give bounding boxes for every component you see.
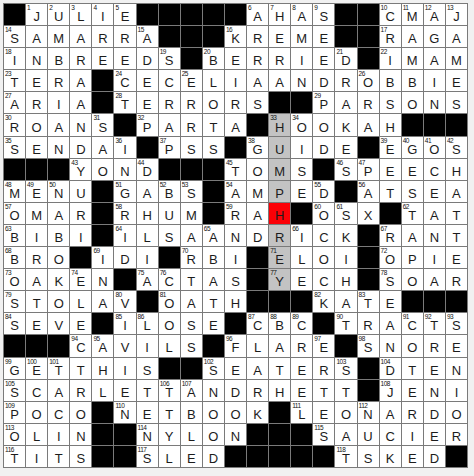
- cell-r16c19[interactable]: E: [424, 358, 445, 379]
- cell-r1c14[interactable]: E: [313, 26, 334, 47]
- cell-r3c14[interactable]: D: [313, 70, 334, 91]
- cell-r13c14[interactable]: 82K: [313, 291, 334, 312]
- cell-r3c2[interactable]: R: [48, 70, 69, 91]
- cell-r3c12[interactable]: A: [269, 70, 290, 91]
- cell-r11c10[interactable]: I: [225, 247, 246, 268]
- cell-r20c7[interactable]: L: [159, 446, 180, 467]
- cell-r12c4[interactable]: N: [92, 269, 113, 290]
- cell-r14c2[interactable]: V: [48, 313, 69, 334]
- cell-r5c2[interactable]: A: [48, 114, 69, 135]
- cell-r17c4[interactable]: L: [92, 380, 113, 401]
- cell-r6c9[interactable]: S: [203, 137, 224, 158]
- cell-r17c8[interactable]: 107A: [181, 380, 202, 401]
- cell-r11c20[interactable]: E: [446, 247, 467, 268]
- cell-r12c14[interactable]: C: [313, 269, 334, 290]
- cell-r12c18[interactable]: O: [402, 269, 423, 290]
- cell-r14c19[interactable]: 92T: [424, 313, 445, 334]
- cell-r20c18[interactable]: E: [402, 446, 423, 467]
- cell-r19c7[interactable]: Y: [159, 424, 180, 445]
- cell-r6c19[interactable]: 41O: [424, 137, 445, 158]
- cell-r2c11[interactable]: R: [247, 48, 268, 69]
- cell-r0c5[interactable]: 5E: [114, 4, 135, 25]
- cell-r6c15[interactable]: E: [335, 137, 356, 158]
- cell-r1c11[interactable]: R: [247, 26, 268, 47]
- cell-r18c14[interactable]: E: [313, 402, 334, 423]
- cell-r12c13[interactable]: E: [291, 269, 312, 290]
- cell-r18c1[interactable]: O: [26, 402, 47, 423]
- cell-r6c7[interactable]: 37P: [159, 137, 180, 158]
- cell-r9c0[interactable]: 57O: [4, 203, 25, 224]
- cell-r4c19[interactable]: N: [424, 92, 445, 113]
- cell-r8c17[interactable]: T: [380, 181, 401, 202]
- cell-r20c15[interactable]: 118T: [335, 446, 356, 467]
- cell-r8c8[interactable]: 53S: [181, 181, 202, 202]
- cell-r15c4[interactable]: 95A: [92, 335, 113, 356]
- cell-r7c19[interactable]: C: [424, 159, 445, 180]
- cell-r17c6[interactable]: T: [137, 380, 158, 401]
- cell-r6c4[interactable]: A: [92, 137, 113, 158]
- cell-r16c17[interactable]: 104D: [380, 358, 401, 379]
- cell-r0c11[interactable]: 6A: [247, 4, 268, 25]
- cell-r3c9[interactable]: L: [203, 70, 224, 91]
- cell-r10c7[interactable]: S: [159, 225, 180, 246]
- cell-r14c12[interactable]: 88B: [269, 313, 290, 334]
- cell-r6c0[interactable]: 35S: [4, 137, 25, 158]
- cell-r10c18[interactable]: A: [402, 225, 423, 246]
- cell-r18c11[interactable]: K: [247, 402, 268, 423]
- cell-r4c2[interactable]: I: [48, 92, 69, 113]
- cell-r3c7[interactable]: C: [159, 70, 180, 91]
- cell-r15c14[interactable]: 97E: [313, 335, 334, 356]
- cell-r8c2[interactable]: 50N: [48, 181, 69, 202]
- cell-r1c5[interactable]: R: [114, 26, 135, 47]
- cell-r11c19[interactable]: I: [424, 247, 445, 268]
- cell-r16c6[interactable]: S: [137, 358, 158, 379]
- cell-r9c6[interactable]: H: [137, 203, 158, 224]
- cell-r8c1[interactable]: 49E: [26, 181, 47, 202]
- cell-r18c20[interactable]: O: [446, 402, 467, 423]
- cell-r1c17[interactable]: 17R: [380, 26, 401, 47]
- cell-r17c11[interactable]: R: [247, 380, 268, 401]
- cell-r3c3[interactable]: A: [70, 70, 91, 91]
- cell-r4c8[interactable]: R: [181, 92, 202, 113]
- cell-r14c3[interactable]: E: [70, 313, 91, 334]
- cell-r12c0[interactable]: 73O: [4, 269, 25, 290]
- cell-r9c18[interactable]: 62T: [402, 203, 423, 224]
- cell-r15c8[interactable]: S: [181, 335, 202, 356]
- cell-r18c10[interactable]: O: [225, 402, 246, 423]
- cell-r9c3[interactable]: R: [70, 203, 91, 224]
- cell-r17c14[interactable]: T: [313, 380, 334, 401]
- cell-r17c12[interactable]: H: [269, 380, 290, 401]
- cell-r0c18[interactable]: 11M: [402, 4, 423, 25]
- cell-r9c8[interactable]: M: [181, 203, 202, 224]
- cell-r9c11[interactable]: A: [247, 203, 268, 224]
- cell-r5c13[interactable]: 34O: [291, 114, 312, 135]
- cell-r4c15[interactable]: A: [335, 92, 356, 113]
- cell-r14c9[interactable]: E: [203, 313, 224, 334]
- cell-r8c20[interactable]: A: [446, 181, 467, 202]
- cell-r2c9[interactable]: 20B: [203, 48, 224, 69]
- cell-r4c11[interactable]: S: [247, 92, 268, 113]
- cell-r16c2[interactable]: 101T: [48, 358, 69, 379]
- cell-r11c0[interactable]: 68B: [4, 247, 25, 268]
- cell-r5c16[interactable]: A: [358, 114, 379, 135]
- cell-r17c9[interactable]: N: [203, 380, 224, 401]
- cell-r8c6[interactable]: A: [137, 181, 158, 202]
- cell-r12c12[interactable]: 77Y: [269, 269, 290, 290]
- cell-r3c15[interactable]: R: [335, 70, 356, 91]
- cell-r16c0[interactable]: 99G: [4, 358, 25, 379]
- cell-r18c17[interactable]: A: [380, 402, 401, 423]
- cell-r6c2[interactable]: N: [48, 137, 69, 158]
- cell-r13c16[interactable]: 83T: [358, 291, 379, 312]
- cell-r2c20[interactable]: M: [446, 48, 467, 69]
- cell-r3c17[interactable]: B: [380, 70, 401, 91]
- cell-r7c17[interactable]: E: [380, 159, 401, 180]
- cell-r11c17[interactable]: 72O: [380, 247, 401, 268]
- cell-r17c15[interactable]: T: [335, 380, 356, 401]
- cell-r3c11[interactable]: A: [247, 70, 268, 91]
- cell-r15c10[interactable]: 96F: [225, 335, 246, 356]
- cell-r1c18[interactable]: A: [402, 26, 423, 47]
- cell-r19c8[interactable]: L: [181, 424, 202, 445]
- cell-r0c20[interactable]: 13J: [446, 4, 467, 25]
- cell-r1c3[interactable]: A: [70, 26, 91, 47]
- cell-r12c8[interactable]: T: [181, 269, 202, 290]
- cell-r0c2[interactable]: 2U: [48, 4, 69, 25]
- cell-r8c0[interactable]: 48M: [4, 181, 25, 202]
- cell-r20c2[interactable]: T: [48, 446, 69, 467]
- cell-r7c5[interactable]: N: [114, 159, 135, 180]
- cell-r5c17[interactable]: H: [380, 114, 401, 135]
- cell-r13c15[interactable]: A: [335, 291, 356, 312]
- cell-r4c9[interactable]: O: [203, 92, 224, 113]
- cell-r19c10[interactable]: N: [225, 424, 246, 445]
- cell-r17c20[interactable]: I: [446, 380, 467, 401]
- cell-r12c3[interactable]: 74E: [70, 269, 91, 290]
- cell-r9c5[interactable]: 58R: [114, 203, 135, 224]
- cell-r17c0[interactable]: 105S: [4, 380, 25, 401]
- cell-r9c7[interactable]: U: [159, 203, 180, 224]
- cell-r20c19[interactable]: D: [424, 446, 445, 467]
- cell-r6c11[interactable]: 38G: [247, 137, 268, 158]
- cell-r3c13[interactable]: N: [291, 70, 312, 91]
- cell-r15c11[interactable]: L: [247, 335, 268, 356]
- cell-r19c1[interactable]: L: [26, 424, 47, 445]
- cell-r4c17[interactable]: S: [380, 92, 401, 113]
- cell-r13c8[interactable]: A: [181, 291, 202, 312]
- cell-r4c1[interactable]: R: [26, 92, 47, 113]
- cell-r5c14[interactable]: O: [313, 114, 334, 135]
- cell-r20c6[interactable]: 117S: [137, 446, 158, 467]
- cell-r8c5[interactable]: 51G: [114, 181, 135, 202]
- cell-r20c8[interactable]: E: [181, 446, 202, 467]
- cell-r8c11[interactable]: M: [247, 181, 268, 202]
- cell-r16c18[interactable]: T: [402, 358, 423, 379]
- cell-r3c10[interactable]: I: [225, 70, 246, 91]
- cell-r3c16[interactable]: 26O: [358, 70, 379, 91]
- cell-r11c14[interactable]: O: [313, 247, 334, 268]
- cell-r10c8[interactable]: A: [181, 225, 202, 246]
- cell-r0c1[interactable]: 1J: [26, 4, 47, 25]
- cell-r2c18[interactable]: M: [402, 48, 423, 69]
- cell-r8c13[interactable]: E: [291, 181, 312, 202]
- cell-r6c8[interactable]: S: [181, 137, 202, 158]
- cell-r3c18[interactable]: B: [402, 70, 423, 91]
- cell-r16c9[interactable]: 102S: [203, 358, 224, 379]
- cell-r14c0[interactable]: 84S: [4, 313, 25, 334]
- cell-r4c6[interactable]: E: [137, 92, 158, 113]
- cell-r9c20[interactable]: T: [446, 203, 467, 224]
- cell-r14c5[interactable]: 85I: [114, 313, 135, 334]
- cell-r13c5[interactable]: 80V: [114, 291, 135, 312]
- cell-r9c12[interactable]: H: [269, 203, 290, 224]
- cell-r20c3[interactable]: S: [70, 446, 91, 467]
- cell-r4c20[interactable]: S: [446, 92, 467, 113]
- cell-r16c14[interactable]: R: [313, 358, 334, 379]
- cell-r13c7[interactable]: 81O: [159, 291, 180, 312]
- cell-r2c3[interactable]: R: [70, 48, 91, 69]
- cell-r15c5[interactable]: V: [114, 335, 135, 356]
- cell-r17c1[interactable]: C: [26, 380, 47, 401]
- cell-r4c14[interactable]: 29P: [313, 92, 334, 113]
- cell-r17c10[interactable]: D: [225, 380, 246, 401]
- cell-r16c15[interactable]: 103S: [335, 358, 356, 379]
- cell-r2c4[interactable]: E: [92, 48, 113, 69]
- cell-r14c16[interactable]: R: [358, 313, 379, 334]
- cell-r2c7[interactable]: 19S: [159, 48, 180, 69]
- cell-r13c2[interactable]: O: [48, 291, 69, 312]
- cell-r20c0[interactable]: 116T: [4, 446, 25, 467]
- cell-r5c12[interactable]: 33H: [269, 114, 290, 135]
- cell-r0c13[interactable]: 8A: [291, 4, 312, 25]
- cell-r15c12[interactable]: A: [269, 335, 290, 356]
- cell-r1c20[interactable]: A: [446, 26, 467, 47]
- cell-r6c1[interactable]: E: [26, 137, 47, 158]
- cell-r8c7[interactable]: 52B: [159, 181, 180, 202]
- cell-r18c6[interactable]: E: [137, 402, 158, 423]
- cell-r14c13[interactable]: 89C: [291, 313, 312, 334]
- cell-r0c3[interactable]: 3L: [70, 4, 91, 25]
- cell-r9c14[interactable]: 60O: [313, 203, 334, 224]
- cell-r5c1[interactable]: O: [26, 114, 47, 135]
- cell-r8c12[interactable]: P: [269, 181, 290, 202]
- cell-r14c20[interactable]: 93S: [446, 313, 467, 334]
- cell-r12c9[interactable]: A: [203, 269, 224, 290]
- cell-r18c2[interactable]: C: [48, 402, 69, 423]
- cell-r7c6[interactable]: 44D: [137, 159, 158, 180]
- cell-r12c17[interactable]: 78S: [380, 269, 401, 290]
- cell-r6c18[interactable]: 40G: [402, 137, 423, 158]
- cell-r5c9[interactable]: T: [203, 114, 224, 135]
- cell-r18c8[interactable]: B: [181, 402, 202, 423]
- cell-r12c15[interactable]: H: [335, 269, 356, 290]
- cell-r18c15[interactable]: O: [335, 402, 356, 423]
- cell-r20c1[interactable]: I: [26, 446, 47, 467]
- cell-r4c0[interactable]: 27A: [4, 92, 25, 113]
- cell-r2c10[interactable]: E: [225, 48, 246, 69]
- cell-r3c8[interactable]: 25E: [181, 70, 202, 91]
- cell-r5c15[interactable]: K: [335, 114, 356, 135]
- cell-r6c3[interactable]: D: [70, 137, 91, 158]
- cell-r14c8[interactable]: S: [181, 313, 202, 334]
- cell-r14c17[interactable]: A: [380, 313, 401, 334]
- cell-r13c3[interactable]: L: [70, 291, 91, 312]
- cell-r15c3[interactable]: 94C: [70, 335, 91, 356]
- cell-r10c14[interactable]: C: [313, 225, 334, 246]
- cell-r3c6[interactable]: E: [137, 70, 158, 91]
- cell-r13c0[interactable]: 79S: [4, 291, 25, 312]
- cell-r11c4[interactable]: 69I: [92, 247, 113, 268]
- cell-r1c6[interactable]: 15A: [137, 26, 158, 47]
- cell-r16c10[interactable]: E: [225, 358, 246, 379]
- cell-r15c19[interactable]: R: [424, 335, 445, 356]
- cell-r7c18[interactable]: E: [402, 159, 423, 180]
- cell-r3c1[interactable]: E: [26, 70, 47, 91]
- cell-r8c16[interactable]: 56A: [358, 181, 379, 202]
- cell-r10c17[interactable]: 67R: [380, 225, 401, 246]
- cell-r18c9[interactable]: O: [203, 402, 224, 423]
- cell-r10c19[interactable]: N: [424, 225, 445, 246]
- cell-r2c13[interactable]: I: [291, 48, 312, 69]
- cell-r7c16[interactable]: 47P: [358, 159, 379, 180]
- cell-r10c9[interactable]: 65A: [203, 225, 224, 246]
- cell-r0c12[interactable]: 7H: [269, 4, 290, 25]
- cell-r17c19[interactable]: N: [424, 380, 445, 401]
- cell-r16c3[interactable]: T: [70, 358, 91, 379]
- cell-r6c12[interactable]: U: [269, 137, 290, 158]
- cell-r6c20[interactable]: 42S: [446, 137, 467, 158]
- cell-r6c5[interactable]: 36I: [114, 137, 135, 158]
- cell-r11c9[interactable]: B: [203, 247, 224, 268]
- cell-r19c9[interactable]: O: [203, 424, 224, 445]
- cell-r1c12[interactable]: E: [269, 26, 290, 47]
- cell-r6c14[interactable]: D: [313, 137, 334, 158]
- cell-r20c9[interactable]: D: [203, 446, 224, 467]
- cell-r18c18[interactable]: R: [402, 402, 423, 423]
- cell-r7c11[interactable]: O: [247, 159, 268, 180]
- cell-r20c16[interactable]: S: [358, 446, 379, 467]
- cell-r5c7[interactable]: A: [159, 114, 180, 135]
- cell-r16c11[interactable]: A: [247, 358, 268, 379]
- cell-r13c4[interactable]: A: [92, 291, 113, 312]
- cell-r19c18[interactable]: I: [402, 424, 423, 445]
- cell-r19c20[interactable]: R: [446, 424, 467, 445]
- cell-r16c13[interactable]: E: [291, 358, 312, 379]
- cell-r12c20[interactable]: R: [446, 269, 467, 290]
- cell-r17c3[interactable]: R: [70, 380, 91, 401]
- cell-r5c8[interactable]: R: [181, 114, 202, 135]
- cell-r8c14[interactable]: 55D: [313, 181, 334, 202]
- cell-r13c9[interactable]: T: [203, 291, 224, 312]
- cell-r19c0[interactable]: 113O: [4, 424, 25, 445]
- cell-r6c17[interactable]: 39E: [380, 137, 401, 158]
- cell-r9c1[interactable]: M: [26, 203, 47, 224]
- cell-r4c16[interactable]: R: [358, 92, 379, 113]
- cell-r0c14[interactable]: 9S: [313, 4, 334, 25]
- cell-r20c17[interactable]: K: [380, 446, 401, 467]
- cell-r2c15[interactable]: 21D: [335, 48, 356, 69]
- cell-r17c18[interactable]: E: [402, 380, 423, 401]
- cell-r0c4[interactable]: 4I: [92, 4, 113, 25]
- cell-r9c15[interactable]: 61S: [335, 203, 356, 224]
- cell-r15c13[interactable]: R: [291, 335, 312, 356]
- cell-r10c2[interactable]: B: [48, 225, 69, 246]
- cell-r18c16[interactable]: 112N: [358, 402, 379, 423]
- cell-r2c14[interactable]: E: [313, 48, 334, 69]
- cell-r16c1[interactable]: 100E: [26, 358, 47, 379]
- cell-r7c12[interactable]: M: [269, 159, 290, 180]
- cell-r1c1[interactable]: A: [26, 26, 47, 47]
- cell-r18c13[interactable]: 111L: [291, 402, 312, 423]
- cell-r7c4[interactable]: O: [92, 159, 113, 180]
- cell-r2c17[interactable]: 22I: [380, 48, 401, 69]
- cell-r12c19[interactable]: A: [424, 269, 445, 290]
- cell-r17c7[interactable]: 106T: [159, 380, 180, 401]
- cell-r19c15[interactable]: A: [335, 424, 356, 445]
- cell-r1c13[interactable]: M: [291, 26, 312, 47]
- cell-r15c18[interactable]: O: [402, 335, 423, 356]
- cell-r4c10[interactable]: R: [225, 92, 246, 113]
- cell-r17c2[interactable]: A: [48, 380, 69, 401]
- cell-r10c10[interactable]: N: [225, 225, 246, 246]
- cell-r15c20[interactable]: E: [446, 335, 467, 356]
- cell-r2c6[interactable]: D: [137, 48, 158, 69]
- cell-r16c5[interactable]: I: [114, 358, 135, 379]
- cell-r19c19[interactable]: E: [424, 424, 445, 445]
- cell-r5c10[interactable]: A: [225, 114, 246, 135]
- cell-r11c2[interactable]: O: [48, 247, 69, 268]
- cell-r10c13[interactable]: 66I: [291, 225, 312, 246]
- cell-r3c5[interactable]: 24C: [114, 70, 135, 91]
- cell-r10c11[interactable]: D: [247, 225, 268, 246]
- cell-r10c0[interactable]: 63B: [4, 225, 25, 246]
- cell-r2c0[interactable]: 18I: [4, 48, 25, 69]
- cell-r3c20[interactable]: E: [446, 70, 467, 91]
- cell-r13c10[interactable]: H: [225, 291, 246, 312]
- cell-r2c12[interactable]: R: [269, 48, 290, 69]
- cell-r7c3[interactable]: 43Y: [70, 159, 91, 180]
- cell-r18c5[interactable]: 110N: [114, 402, 135, 423]
- cell-r6c13[interactable]: I: [291, 137, 312, 158]
- cell-r9c2[interactable]: A: [48, 203, 69, 224]
- cell-r2c19[interactable]: A: [424, 48, 445, 69]
- cell-r14c6[interactable]: 86L: [137, 313, 158, 334]
- cell-r11c8[interactable]: 70R: [181, 247, 202, 268]
- cell-r4c3[interactable]: A: [70, 92, 91, 113]
- cell-r8c3[interactable]: U: [70, 181, 91, 202]
- cell-r2c1[interactable]: N: [26, 48, 47, 69]
- cell-r13c1[interactable]: T: [26, 291, 47, 312]
- cell-r3c0[interactable]: 23T: [4, 70, 25, 91]
- cell-r7c15[interactable]: 46S: [335, 159, 356, 180]
- cell-r5c3[interactable]: N: [70, 114, 91, 135]
- cell-r10c3[interactable]: I: [70, 225, 91, 246]
- cell-r9c19[interactable]: A: [424, 203, 445, 224]
- cell-r19c17[interactable]: C: [380, 424, 401, 445]
- cell-r15c17[interactable]: N: [380, 335, 401, 356]
- cell-r18c7[interactable]: T: [159, 402, 180, 423]
- cell-r3c19[interactable]: I: [424, 70, 445, 91]
- cell-r14c7[interactable]: O: [159, 313, 180, 334]
- cell-r19c2[interactable]: I: [48, 424, 69, 445]
- cell-r4c7[interactable]: R: [159, 92, 180, 113]
- cell-r10c5[interactable]: 64I: [114, 225, 135, 246]
- cell-r15c7[interactable]: L: [159, 335, 180, 356]
- cell-r15c16[interactable]: 98S: [358, 335, 379, 356]
- cell-r11c6[interactable]: I: [137, 247, 158, 268]
